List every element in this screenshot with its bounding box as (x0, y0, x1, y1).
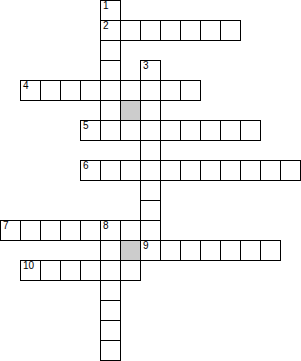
cell-r12-c8[interactable] (160, 240, 181, 261)
cell-r5-c7[interactable] (140, 100, 161, 121)
cell-r1-c6[interactable] (120, 20, 141, 41)
cell-r13-c3[interactable] (60, 260, 81, 281)
cell-r3-c7[interactable]: 3 (140, 60, 161, 81)
cell-r12-c5[interactable] (100, 240, 121, 261)
cell-r12-c11[interactable] (220, 240, 241, 261)
cell-r13-c6[interactable] (120, 260, 141, 281)
cell-r12-c12[interactable] (240, 240, 261, 261)
cell-r6-c8[interactable] (160, 120, 181, 141)
cell-r4-c7[interactable] (140, 80, 161, 101)
clue-number-5: 5 (83, 121, 89, 131)
cell-r11-c5[interactable]: 8 (100, 220, 121, 241)
cell-r4-c4[interactable] (80, 80, 101, 101)
cell-r13-c1[interactable]: 10 (20, 260, 41, 281)
clue-number-9: 9 (143, 241, 149, 251)
cell-r8-c10[interactable] (200, 160, 221, 181)
cell-r6-c9[interactable] (180, 120, 201, 141)
cell-r11-c1[interactable] (20, 220, 41, 241)
clue-number-4: 4 (23, 81, 29, 91)
cell-r4-c8[interactable] (160, 80, 181, 101)
cell-r1-c5[interactable]: 2 (100, 20, 121, 41)
cell-r4-c5[interactable] (100, 80, 121, 101)
clue-number-8: 8 (103, 221, 109, 231)
cell-r3-c5[interactable] (100, 60, 121, 81)
cell-r9-c7[interactable] (140, 180, 161, 201)
cell-r13-c2[interactable] (40, 260, 61, 281)
cell-r12-c9[interactable] (180, 240, 201, 261)
cell-r8-c14[interactable] (280, 160, 301, 181)
cell-r14-c5[interactable] (100, 280, 121, 301)
cell-r10-c7[interactable] (140, 200, 161, 221)
cell-r6-c12[interactable] (240, 120, 261, 141)
cell-r11-c7[interactable] (140, 220, 161, 241)
cell-r8-c9[interactable] (180, 160, 201, 181)
cell-r4-c6[interactable] (120, 80, 141, 101)
cell-r8-c11[interactable] (220, 160, 241, 181)
cell-r17-c5[interactable] (100, 340, 121, 361)
cell-r11-c6[interactable] (120, 220, 141, 241)
cell-r8-c6[interactable] (120, 160, 141, 181)
cell-r4-c2[interactable] (40, 80, 61, 101)
cell-r4-c9[interactable] (180, 80, 201, 101)
cell-r6-c5[interactable] (100, 120, 121, 141)
cell-r13-c4[interactable] (80, 260, 101, 281)
clue-number-10: 10 (23, 261, 34, 271)
cell-r0-c5[interactable]: 1 (100, 0, 121, 21)
cell-r8-c4[interactable]: 6 (80, 160, 101, 181)
cell-r8-c5[interactable] (100, 160, 121, 181)
cell-r12-c13[interactable] (260, 240, 281, 261)
cell-r1-c9[interactable] (180, 20, 201, 41)
cell-r6-c6[interactable] (120, 120, 141, 141)
cell-r4-c3[interactable] (60, 80, 81, 101)
cell-r5-c5[interactable] (100, 100, 121, 121)
cell-r11-c2[interactable] (40, 220, 61, 241)
cell-r6-c11[interactable] (220, 120, 241, 141)
clue-number-6: 6 (83, 161, 89, 171)
cell-r1-c10[interactable] (200, 20, 221, 41)
cell-r12-c7[interactable]: 9 (140, 240, 161, 261)
cell-r16-c5[interactable] (100, 320, 121, 341)
cell-r8-c7[interactable] (140, 160, 161, 181)
clue-number-2: 2 (103, 21, 109, 31)
cell-r8-c13[interactable] (260, 160, 281, 181)
cell-r6-c10[interactable] (200, 120, 221, 141)
cell-r11-c3[interactable] (60, 220, 81, 241)
cell-r7-c7[interactable] (140, 140, 161, 161)
cell-r6-c4[interactable]: 5 (80, 120, 101, 141)
cell-r8-c8[interactable] (160, 160, 181, 181)
clue-number-7: 7 (3, 221, 9, 231)
blocked-cell-r5-c6 (120, 100, 141, 121)
cell-r13-c5[interactable] (100, 260, 121, 281)
cell-r6-c7[interactable] (140, 120, 161, 141)
blocked-cell-r12-c6 (120, 240, 141, 261)
cell-r15-c5[interactable] (100, 300, 121, 321)
clue-number-3: 3 (143, 61, 149, 71)
cell-r4-c1[interactable]: 4 (20, 80, 41, 101)
cell-r11-c4[interactable] (80, 220, 101, 241)
cell-r12-c10[interactable] (200, 240, 221, 261)
cell-r1-c11[interactable] (220, 20, 241, 41)
cell-r8-c12[interactable] (240, 160, 261, 181)
cell-r2-c5[interactable] (100, 40, 121, 61)
crossword-board: 12345678910 (0, 0, 301, 361)
cell-r1-c7[interactable] (140, 20, 161, 41)
cell-r1-c8[interactable] (160, 20, 181, 41)
clue-number-1: 1 (103, 1, 109, 11)
cell-r11-c0[interactable]: 7 (0, 220, 21, 241)
